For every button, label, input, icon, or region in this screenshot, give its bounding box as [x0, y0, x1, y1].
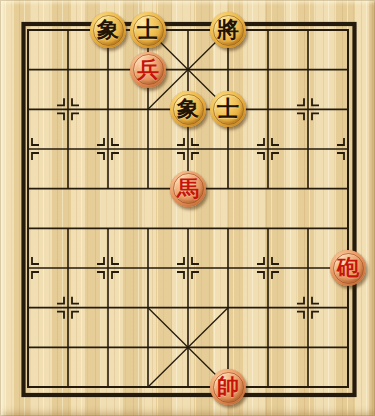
- board-grid-svg: [0, 0, 375, 416]
- piece-red-soldier[interactable]: 兵: [130, 52, 166, 88]
- piece-glyph: 砲: [337, 256, 359, 278]
- piece-red-horse[interactable]: 馬: [170, 171, 206, 207]
- piece-glyph: 將: [217, 18, 239, 40]
- piece-red-general[interactable]: 帥: [210, 369, 246, 405]
- piece-black-advisor[interactable]: 士: [130, 12, 166, 48]
- piece-red-cannon[interactable]: 砲: [330, 250, 366, 286]
- piece-black-elephant[interactable]: 象: [90, 12, 126, 48]
- grid-lines: [28, 30, 348, 387]
- piece-glyph: 兵: [137, 58, 159, 80]
- piece-glyph: 士: [137, 18, 159, 40]
- piece-black-general[interactable]: 將: [210, 12, 246, 48]
- piece-glyph: 象: [177, 97, 199, 119]
- piece-glyph: 象: [97, 18, 119, 40]
- board-frame: [24, 24, 355, 395]
- piece-glyph: 帥: [217, 375, 239, 397]
- xiangqi-board: 象士將兵象士馬砲帥: [0, 0, 375, 416]
- piece-glyph: 士: [217, 97, 239, 119]
- piece-glyph: 馬: [177, 177, 199, 199]
